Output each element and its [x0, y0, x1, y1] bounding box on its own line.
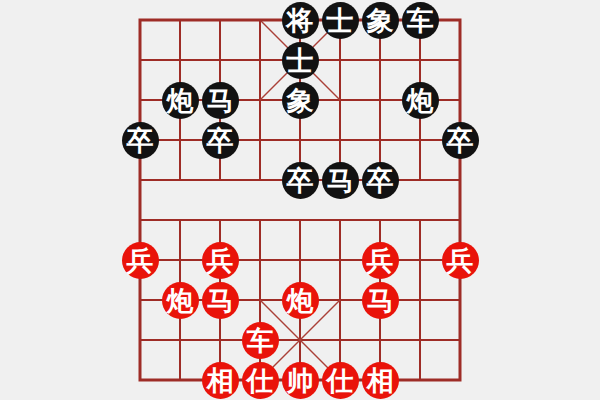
- point-f9[interactable]: 仕: [320, 360, 360, 400]
- point-b8[interactable]: [160, 320, 200, 360]
- piece-black-elephant[interactable]: 象: [362, 2, 399, 39]
- point-b4[interactable]: [160, 160, 200, 200]
- piece-red-soldier[interactable]: 兵: [442, 242, 479, 279]
- point-c4[interactable]: [200, 160, 240, 200]
- point-h9[interactable]: [400, 360, 440, 400]
- point-h4[interactable]: [400, 160, 440, 200]
- point-e8[interactable]: [280, 320, 320, 360]
- point-e6[interactable]: [280, 240, 320, 280]
- marker-bracket: [305, 145, 314, 154]
- point-h1[interactable]: [400, 40, 440, 80]
- point-i6[interactable]: 兵: [440, 240, 480, 280]
- point-i8[interactable]: [440, 320, 480, 360]
- piece-red-cannon[interactable]: 炮: [162, 282, 199, 319]
- point-f6[interactable]: [320, 240, 360, 280]
- point-e9[interactable]: 帅: [280, 360, 320, 400]
- point-f0[interactable]: 士: [320, 0, 360, 40]
- point-g0[interactable]: 象: [360, 0, 400, 40]
- marker-bracket: [425, 286, 434, 295]
- point-e1[interactable]: 士: [280, 40, 320, 80]
- marker-bracket: [406, 305, 415, 314]
- point-d6[interactable]: [240, 240, 280, 280]
- point-a4[interactable]: [120, 160, 160, 200]
- point-i4[interactable]: [440, 160, 480, 200]
- marker-bracket: [286, 145, 295, 154]
- point-d0[interactable]: [240, 0, 280, 40]
- point-c1[interactable]: [200, 40, 240, 80]
- piece-black-advisor[interactable]: 士: [282, 42, 319, 79]
- point-h6[interactable]: [400, 240, 440, 280]
- board-grid: 将士象车士炮马象炮卒卒卒卒马卒兵兵兵兵炮马炮马车相仕帅仕相: [120, 0, 480, 400]
- point-f3[interactable]: [320, 120, 360, 160]
- point-b1[interactable]: [160, 40, 200, 80]
- point-h0[interactable]: 车: [400, 0, 440, 40]
- point-i1[interactable]: [440, 40, 480, 80]
- point-e4[interactable]: 卒: [280, 160, 320, 200]
- piece-black-general[interactable]: 将: [282, 2, 319, 39]
- point-c7[interactable]: 马: [200, 280, 240, 320]
- piece-black-horse[interactable]: 马: [202, 82, 239, 119]
- point-f1[interactable]: [320, 40, 360, 80]
- point-marker: [406, 286, 434, 314]
- point-f7[interactable]: [320, 280, 360, 320]
- point-b7[interactable]: 炮: [160, 280, 200, 320]
- piece-red-chariot[interactable]: 车: [242, 322, 279, 359]
- point-b0[interactable]: [160, 0, 200, 40]
- point-c9[interactable]: 相: [200, 360, 240, 400]
- point-g1[interactable]: [360, 40, 400, 80]
- point-a2[interactable]: [120, 80, 160, 120]
- piece-red-elephant[interactable]: 相: [362, 362, 399, 399]
- point-f8[interactable]: [320, 320, 360, 360]
- marker-bracket: [385, 145, 394, 154]
- point-e7[interactable]: 炮: [280, 280, 320, 320]
- point-a8[interactable]: [120, 320, 160, 360]
- piece-red-elephant[interactable]: 相: [202, 362, 239, 399]
- marker-bracket: [425, 305, 434, 314]
- point-e2[interactable]: 象: [280, 80, 320, 120]
- point-d1[interactable]: [240, 40, 280, 80]
- point-d9[interactable]: 仕: [240, 360, 280, 400]
- piece-black-cannon[interactable]: 炮: [162, 82, 199, 119]
- point-b6[interactable]: [160, 240, 200, 280]
- point-g5[interactable]: [360, 200, 400, 240]
- point-c3[interactable]: 卒: [200, 120, 240, 160]
- point-d8[interactable]: 车: [240, 320, 280, 360]
- point-c8[interactable]: [200, 320, 240, 360]
- point-g7[interactable]: 马: [360, 280, 400, 320]
- piece-red-horse[interactable]: 马: [202, 282, 239, 319]
- piece-red-soldier[interactable]: 兵: [362, 242, 399, 279]
- point-i7[interactable]: [440, 280, 480, 320]
- piece-black-elephant[interactable]: 象: [282, 82, 319, 119]
- piece-black-soldier[interactable]: 卒: [362, 162, 399, 199]
- point-c2[interactable]: 马: [200, 80, 240, 120]
- point-c0[interactable]: [200, 0, 240, 40]
- point-g4[interactable]: 卒: [360, 160, 400, 200]
- point-i5[interactable]: [440, 200, 480, 240]
- point-f2[interactable]: [320, 80, 360, 120]
- point-e5[interactable]: [280, 200, 320, 240]
- point-b3[interactable]: [160, 120, 200, 160]
- point-e3[interactable]: [280, 120, 320, 160]
- piece-red-soldier[interactable]: 兵: [202, 242, 239, 279]
- piece-black-chariot[interactable]: 车: [402, 2, 439, 39]
- point-c6[interactable]: 兵: [200, 240, 240, 280]
- point-c5[interactable]: [200, 200, 240, 240]
- piece-black-horse[interactable]: 马: [322, 162, 359, 199]
- point-g3[interactable]: [360, 120, 400, 160]
- point-f4[interactable]: 马: [320, 160, 360, 200]
- point-e0[interactable]: 将: [280, 0, 320, 40]
- point-h7[interactable]: [400, 280, 440, 320]
- point-b2[interactable]: 炮: [160, 80, 200, 120]
- point-f5[interactable]: [320, 200, 360, 240]
- piece-red-advisor[interactable]: 仕: [242, 362, 279, 399]
- marker-bracket: [305, 126, 314, 135]
- point-g8[interactable]: [360, 320, 400, 360]
- point-d3[interactable]: [240, 120, 280, 160]
- point-a7[interactable]: [120, 280, 160, 320]
- piece-red-advisor[interactable]: 仕: [322, 362, 359, 399]
- point-h2[interactable]: 炮: [400, 80, 440, 120]
- marker-bracket: [366, 145, 375, 154]
- piece-black-cannon[interactable]: 炮: [402, 82, 439, 119]
- point-h3[interactable]: [400, 120, 440, 160]
- point-i9[interactable]: [440, 360, 480, 400]
- point-a0[interactable]: [120, 0, 160, 40]
- piece-red-cannon[interactable]: 炮: [282, 282, 319, 319]
- point-marker: [366, 126, 394, 154]
- piece-red-soldier[interactable]: 兵: [122, 242, 159, 279]
- piece-black-soldier[interactable]: 卒: [442, 122, 479, 159]
- piece-black-advisor[interactable]: 士: [322, 2, 359, 39]
- point-d7[interactable]: [240, 280, 280, 320]
- marker-bracket: [366, 126, 375, 135]
- point-d5[interactable]: [240, 200, 280, 240]
- point-marker: [286, 246, 314, 274]
- piece-red-horse[interactable]: 马: [362, 282, 399, 319]
- marker-bracket: [286, 126, 295, 135]
- point-a1[interactable]: [120, 40, 160, 80]
- point-i3[interactable]: 卒: [440, 120, 480, 160]
- point-d4[interactable]: [240, 160, 280, 200]
- point-h5[interactable]: [400, 200, 440, 240]
- point-a3[interactable]: 卒: [120, 120, 160, 160]
- piece-black-soldier[interactable]: 卒: [122, 122, 159, 159]
- piece-black-soldier[interactable]: 卒: [282, 162, 319, 199]
- point-b5[interactable]: [160, 200, 200, 240]
- marker-bracket: [305, 265, 314, 274]
- point-g9[interactable]: 相: [360, 360, 400, 400]
- marker-bracket: [286, 265, 295, 274]
- point-g6[interactable]: 兵: [360, 240, 400, 280]
- point-h8[interactable]: [400, 320, 440, 360]
- marker-bracket: [286, 246, 295, 255]
- point-a9[interactable]: [120, 360, 160, 400]
- point-d2[interactable]: [240, 80, 280, 120]
- piece-red-general[interactable]: 帅: [282, 362, 319, 399]
- point-i2[interactable]: [440, 80, 480, 120]
- xiangqi-board: 将士象车士炮马象炮卒卒卒卒马卒兵兵兵兵炮马炮马车相仕帅仕相: [0, 0, 600, 400]
- point-i0[interactable]: [440, 0, 480, 40]
- marker-bracket: [385, 126, 394, 135]
- point-a6[interactable]: 兵: [120, 240, 160, 280]
- piece-black-soldier[interactable]: 卒: [202, 122, 239, 159]
- point-a5[interactable]: [120, 200, 160, 240]
- marker-bracket: [305, 246, 314, 255]
- marker-bracket: [406, 286, 415, 295]
- point-marker: [286, 126, 314, 154]
- point-b9[interactable]: [160, 360, 200, 400]
- point-g2[interactable]: [360, 80, 400, 120]
